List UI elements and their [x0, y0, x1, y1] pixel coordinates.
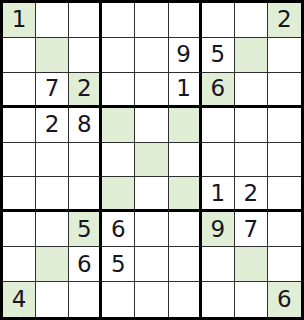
sudoku-cell-r3c5[interactable]	[135, 73, 168, 108]
sudoku-cell-r5c2[interactable]	[36, 143, 69, 178]
sudoku-cell-r6c5[interactable]	[135, 177, 168, 212]
sudoku-cell-r7c2[interactable]	[36, 212, 69, 247]
sudoku-cell-r9c8[interactable]	[235, 282, 268, 317]
sudoku-cell-r4c6[interactable]	[169, 108, 202, 143]
sudoku-cell-r9c9[interactable]: 6	[268, 282, 301, 317]
sudoku-cell-r7c5[interactable]	[135, 212, 168, 247]
sudoku-cell-r4c9[interactable]	[268, 108, 301, 143]
sudoku-cell-r1c5[interactable]	[135, 3, 168, 38]
sudoku-cell-r6c8[interactable]: 2	[235, 177, 268, 212]
sudoku-cell-r4c7[interactable]	[202, 108, 235, 143]
sudoku-cell-r9c2[interactable]	[36, 282, 69, 317]
sudoku-cell-r8c2[interactable]	[36, 247, 69, 282]
sudoku-cell-r8c9[interactable]	[268, 247, 301, 282]
sudoku-cell-r5c6[interactable]	[169, 143, 202, 178]
sudoku-cell-r6c2[interactable]	[36, 177, 69, 212]
sudoku-cell-r7c3[interactable]: 5	[69, 212, 102, 247]
sudoku-cell-r3c7[interactable]: 6	[202, 73, 235, 108]
sudoku-cell-r6c9[interactable]	[268, 177, 301, 212]
sudoku-cell-r8c8[interactable]	[235, 247, 268, 282]
sudoku-cell-r3c9[interactable]	[268, 73, 301, 108]
sudoku-cell-r5c3[interactable]	[69, 143, 102, 178]
sudoku-cell-r3c4[interactable]	[102, 73, 135, 108]
sudoku-cell-r3c6[interactable]: 1	[169, 73, 202, 108]
sudoku-cell-r1c4[interactable]	[102, 3, 135, 38]
sudoku-cell-r1c1[interactable]: 1	[3, 3, 36, 38]
sudoku-cell-r4c2[interactable]: 2	[36, 108, 69, 143]
sudoku-cell-r2c1[interactable]	[3, 38, 36, 73]
sudoku-cell-r2c7[interactable]: 5	[202, 38, 235, 73]
sudoku-cell-r4c4[interactable]	[102, 108, 135, 143]
sudoku-cell-r7c8[interactable]: 7	[235, 212, 268, 247]
sudoku-cell-r8c4[interactable]: 5	[102, 247, 135, 282]
sudoku-cell-r4c5[interactable]	[135, 108, 168, 143]
sudoku-cell-r3c1[interactable]	[3, 73, 36, 108]
sudoku-cell-r9c6[interactable]	[169, 282, 202, 317]
sudoku-cell-r3c3[interactable]: 2	[69, 73, 102, 108]
sudoku-cell-r8c3[interactable]: 6	[69, 247, 102, 282]
sudoku-cell-r8c5[interactable]	[135, 247, 168, 282]
sudoku-cell-r7c4[interactable]: 6	[102, 212, 135, 247]
sudoku-cell-r4c3[interactable]: 8	[69, 108, 102, 143]
sudoku-cell-r5c7[interactable]	[202, 143, 235, 178]
sudoku-cell-r3c2[interactable]: 7	[36, 73, 69, 108]
sudoku-cell-r8c6[interactable]	[169, 247, 202, 282]
sudoku-cell-r6c4[interactable]	[102, 177, 135, 212]
sudoku-cell-r6c1[interactable]	[3, 177, 36, 212]
sudoku-cell-r1c9[interactable]: 2	[268, 3, 301, 38]
sudoku-cell-r1c7[interactable]	[202, 3, 235, 38]
sudoku-cell-r5c4[interactable]	[102, 143, 135, 178]
sudoku-cell-r9c4[interactable]	[102, 282, 135, 317]
sudoku-cell-r9c3[interactable]	[69, 282, 102, 317]
sudoku-cell-r4c8[interactable]	[235, 108, 268, 143]
sudoku-cell-r6c3[interactable]	[69, 177, 102, 212]
sudoku-cell-r5c5[interactable]	[135, 143, 168, 178]
sudoku-cell-r3c8[interactable]	[235, 73, 268, 108]
sudoku-cell-r4c1[interactable]	[3, 108, 36, 143]
sudoku-cell-r7c7[interactable]: 9	[202, 212, 235, 247]
sudoku-cell-r2c5[interactable]	[135, 38, 168, 73]
sudoku-cell-r7c9[interactable]	[268, 212, 301, 247]
sudoku-cell-r2c3[interactable]	[69, 38, 102, 73]
sudoku-cell-r9c1[interactable]: 4	[3, 282, 36, 317]
sudoku-cell-r8c7[interactable]	[202, 247, 235, 282]
sudoku-cell-r1c8[interactable]	[235, 3, 268, 38]
sudoku-cell-r8c1[interactable]	[3, 247, 36, 282]
sudoku-cell-r1c6[interactable]	[169, 3, 202, 38]
sudoku-cell-r9c5[interactable]	[135, 282, 168, 317]
sudoku-cell-r2c9[interactable]	[268, 38, 301, 73]
sudoku-cell-r6c6[interactable]	[169, 177, 202, 212]
sudoku-cell-r5c8[interactable]	[235, 143, 268, 178]
sudoku-cell-r2c6[interactable]: 9	[169, 38, 202, 73]
sudoku-cell-r2c2[interactable]	[36, 38, 69, 73]
sudoku-cell-r7c1[interactable]	[3, 212, 36, 247]
sudoku-cell-r7c6[interactable]	[169, 212, 202, 247]
sudoku-cell-r1c2[interactable]	[36, 3, 69, 38]
sudoku-cell-r2c8[interactable]	[235, 38, 268, 73]
sudoku-cell-r5c9[interactable]	[268, 143, 301, 178]
sudoku-cell-r1c3[interactable]	[69, 3, 102, 38]
sudoku-cell-r2c4[interactable]	[102, 38, 135, 73]
sudoku-cell-r9c7[interactable]	[202, 282, 235, 317]
sudoku-cell-r6c7[interactable]: 1	[202, 177, 235, 212]
sudoku-cell-r5c1[interactable]	[3, 143, 36, 178]
sudoku-board: 12957216281256976546	[0, 0, 304, 320]
